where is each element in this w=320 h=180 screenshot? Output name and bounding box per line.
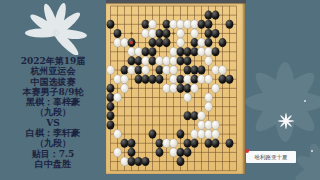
black-stone <box>177 47 185 56</box>
black-stone <box>135 157 143 166</box>
black-stone <box>156 139 164 148</box>
black-stone <box>107 20 115 29</box>
black-stone <box>205 38 213 47</box>
black-stone <box>177 56 185 65</box>
white-stone <box>114 93 122 102</box>
info-line: （九段） <box>0 138 106 148</box>
white-stone <box>212 120 220 129</box>
white-stone <box>205 93 213 102</box>
black-stone <box>177 130 185 139</box>
white-stone <box>121 157 129 166</box>
black-stone <box>107 93 115 102</box>
black-stone <box>156 66 164 75</box>
white-stone <box>191 130 199 139</box>
black-stone <box>107 102 115 111</box>
black-stone <box>212 47 220 56</box>
black-stone <box>205 20 213 29</box>
go-board-grid <box>106 3 245 174</box>
black-stone <box>205 11 213 20</box>
black-stone <box>135 75 143 84</box>
black-stone <box>149 47 157 56</box>
white-stone <box>121 38 129 47</box>
white-stone <box>170 47 178 56</box>
white-stone <box>163 56 171 65</box>
black-stone <box>191 66 199 75</box>
black-stone <box>177 157 185 166</box>
black-stone <box>191 111 199 120</box>
black-stone <box>142 20 150 29</box>
white-stone <box>128 66 136 75</box>
white-stone <box>205 47 213 56</box>
white-stone <box>114 38 122 47</box>
white-stone <box>184 75 192 84</box>
white-stone <box>170 75 178 84</box>
black-stone <box>149 56 157 65</box>
black-stone <box>128 139 136 148</box>
black-stone <box>191 139 199 148</box>
match-info: 2022年第19届杭州亚运会中国选拔赛本赛男子8/9轮黑棋：辜梓豪（九段）VS白… <box>0 56 106 169</box>
white-stone <box>114 148 122 157</box>
black-stone <box>184 139 192 148</box>
white-stone <box>212 66 220 75</box>
info-line: （九段） <box>0 107 106 117</box>
white-stone <box>184 20 192 29</box>
last-move-marker <box>130 41 133 44</box>
info-line: 白棋：李轩豪 <box>0 128 106 138</box>
info-line: 白中盘胜 <box>0 159 106 169</box>
white-stone <box>149 20 157 29</box>
black-stone <box>184 56 192 65</box>
white-stone <box>135 47 143 56</box>
white-stone <box>163 66 171 75</box>
black-stone <box>107 120 115 129</box>
info-line: 黑棋：辜梓豪 <box>0 97 106 107</box>
white-stone <box>205 102 213 111</box>
red-dot-icon <box>245 149 249 153</box>
white-stone <box>177 20 185 29</box>
white-stone <box>163 139 171 148</box>
black-stone <box>212 139 220 148</box>
black-stone <box>184 84 192 93</box>
sparkle-dot <box>311 150 313 152</box>
white-stone <box>170 148 178 157</box>
go-board <box>106 3 245 174</box>
white-stone <box>205 56 213 65</box>
white-stone <box>121 84 129 93</box>
white-stone <box>142 56 150 65</box>
white-stone <box>128 47 136 56</box>
black-stone <box>149 130 157 139</box>
white-stone <box>191 29 199 38</box>
white-stone <box>142 29 150 38</box>
black-stone <box>156 75 164 84</box>
info-line: 贴目：7.5 <box>0 149 106 159</box>
black-stone <box>184 148 192 157</box>
black-stone <box>212 29 220 38</box>
white-stone <box>198 38 206 47</box>
black-stone <box>184 111 192 120</box>
info-line: 中国选拔赛 <box>0 77 106 87</box>
watermark-label-text: 哈利路亚十夏 <box>255 154 288 160</box>
black-stone <box>142 157 150 166</box>
black-stone <box>177 148 185 157</box>
black-stone <box>142 47 150 56</box>
hoshi-point <box>130 32 132 34</box>
info-line: 2022年第19届 <box>0 56 106 66</box>
white-stone <box>212 130 220 139</box>
white-stone <box>107 66 115 75</box>
white-stone <box>219 66 227 75</box>
white-stone <box>198 111 206 120</box>
watermark-label: 哈利路亚十夏 <box>246 151 296 163</box>
white-stone <box>114 130 122 139</box>
black-stone <box>191 75 199 84</box>
info-panel: 2022年第19届杭州亚运会中国选拔赛本赛男子8/9轮黑棋：辜梓豪（九段）VS白… <box>0 0 106 180</box>
black-stone <box>156 38 164 47</box>
white-stone <box>191 20 199 29</box>
black-stone <box>163 38 171 47</box>
black-stone <box>212 11 220 20</box>
hoshi-point <box>172 32 174 34</box>
info-line: 本赛男子8/9轮 <box>0 87 106 97</box>
black-stone <box>121 139 129 148</box>
info-line: 杭州亚运会 <box>0 66 106 76</box>
black-stone <box>219 75 227 84</box>
white-stone <box>121 75 129 84</box>
black-stone <box>205 139 213 148</box>
black-stone <box>114 29 122 38</box>
black-stone <box>184 66 192 75</box>
white-stone <box>170 139 178 148</box>
white-stone <box>205 75 213 84</box>
sparkle-dot <box>304 100 306 102</box>
white-stone <box>170 56 178 65</box>
black-stone <box>128 56 136 65</box>
white-stone <box>198 47 206 56</box>
black-stone <box>198 66 206 75</box>
black-stone <box>156 148 164 157</box>
white-stone <box>177 38 185 47</box>
white-stone <box>170 66 178 75</box>
hoshi-point <box>130 87 132 89</box>
black-stone <box>135 66 143 75</box>
black-stone <box>107 111 115 120</box>
white-stone <box>191 84 199 93</box>
black-stone <box>128 157 136 166</box>
black-stone <box>107 84 115 93</box>
black-stone <box>142 75 150 84</box>
black-stone <box>163 20 171 29</box>
black-stone <box>191 38 199 47</box>
info-line: VS <box>0 118 106 128</box>
white-stone <box>205 120 213 129</box>
black-stone <box>135 56 143 65</box>
white-stone <box>114 75 122 84</box>
black-stone <box>156 29 164 38</box>
black-stone <box>198 20 206 29</box>
white-stone <box>177 29 185 38</box>
black-stone <box>177 84 185 93</box>
white-stone <box>198 75 206 84</box>
white-stone <box>170 20 178 29</box>
black-stone <box>149 38 157 47</box>
white-stone <box>156 56 164 65</box>
white-stone <box>198 120 206 129</box>
black-stone <box>163 29 171 38</box>
white-stone <box>184 93 192 102</box>
black-stone <box>149 75 157 84</box>
black-stone <box>121 66 129 75</box>
sparkle-flower-icon <box>277 112 295 130</box>
white-stone <box>149 29 157 38</box>
black-stone <box>184 47 192 56</box>
black-stone <box>128 148 136 157</box>
white-stone <box>170 84 178 93</box>
white-stone <box>198 130 206 139</box>
video-thumbnail: 2022年第19届杭州亚运会中国选拔赛本赛男子8/9轮黑棋：辜梓豪（九段）VS白… <box>0 0 320 180</box>
black-stone <box>226 20 234 29</box>
white-stone <box>205 130 213 139</box>
black-stone <box>191 47 199 56</box>
black-stone <box>219 38 227 47</box>
black-stone <box>205 29 213 38</box>
flower-logo <box>12 3 94 55</box>
black-stone <box>177 75 185 84</box>
white-stone <box>142 66 150 75</box>
white-stone <box>163 84 171 93</box>
white-stone <box>212 84 220 93</box>
